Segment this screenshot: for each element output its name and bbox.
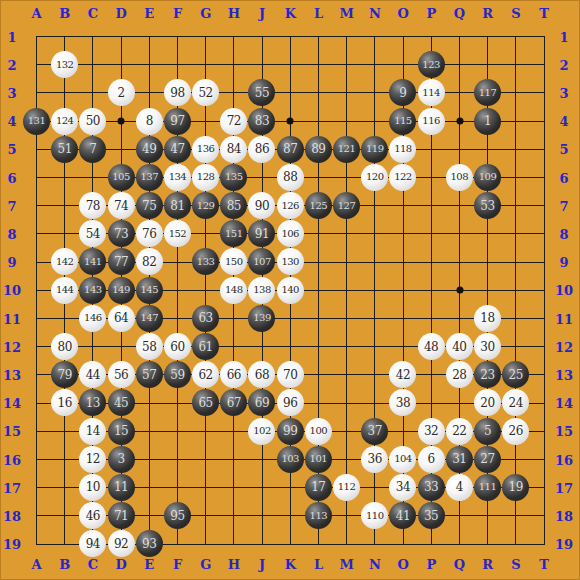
point-N12[interactable] xyxy=(361,332,389,360)
point-M13[interactable] xyxy=(332,361,360,389)
point-N7[interactable] xyxy=(361,192,389,220)
point-M6[interactable] xyxy=(332,163,360,191)
point-S17[interactable]: 19 xyxy=(502,473,530,501)
point-L6[interactable] xyxy=(304,163,332,191)
point-J8[interactable]: 91 xyxy=(248,220,276,248)
point-T19[interactable] xyxy=(530,530,558,558)
point-K11[interactable] xyxy=(276,304,304,332)
point-M16[interactable] xyxy=(332,445,360,473)
point-F6[interactable]: 134 xyxy=(163,163,191,191)
point-A6[interactable] xyxy=(22,163,50,191)
point-S6[interactable] xyxy=(502,163,530,191)
point-C12[interactable] xyxy=(79,332,107,360)
point-R16[interactable]: 27 xyxy=(473,445,501,473)
point-P1[interactable] xyxy=(417,22,445,50)
point-E3[interactable] xyxy=(135,79,163,107)
point-Q4[interactable] xyxy=(445,107,473,135)
point-L14[interactable] xyxy=(304,389,332,417)
point-L12[interactable] xyxy=(304,332,332,360)
point-N3[interactable] xyxy=(361,79,389,107)
point-E16[interactable] xyxy=(135,445,163,473)
point-R6[interactable]: 109 xyxy=(473,163,501,191)
point-J9[interactable]: 107 xyxy=(248,248,276,276)
point-C9[interactable]: 141 xyxy=(79,248,107,276)
point-F3[interactable]: 98 xyxy=(163,79,191,107)
point-C3[interactable] xyxy=(79,79,107,107)
point-B4[interactable]: 124 xyxy=(51,107,79,135)
point-J14[interactable]: 69 xyxy=(248,389,276,417)
point-O19[interactable] xyxy=(389,530,417,558)
point-J16[interactable] xyxy=(248,445,276,473)
point-Q1[interactable] xyxy=(445,22,473,50)
point-M17[interactable]: 112 xyxy=(332,473,360,501)
point-K6[interactable]: 88 xyxy=(276,163,304,191)
point-G7[interactable]: 129 xyxy=(192,192,220,220)
point-O5[interactable]: 118 xyxy=(389,135,417,163)
point-L7[interactable]: 125 xyxy=(304,192,332,220)
point-E5[interactable]: 49 xyxy=(135,135,163,163)
point-B7[interactable] xyxy=(51,192,79,220)
point-M1[interactable] xyxy=(332,22,360,50)
point-F13[interactable]: 59 xyxy=(163,361,191,389)
point-F15[interactable] xyxy=(163,417,191,445)
point-L9[interactable] xyxy=(304,248,332,276)
point-K19[interactable] xyxy=(276,530,304,558)
point-E7[interactable]: 75 xyxy=(135,192,163,220)
point-B16[interactable] xyxy=(51,445,79,473)
point-M15[interactable] xyxy=(332,417,360,445)
point-O6[interactable]: 122 xyxy=(389,163,417,191)
point-R12[interactable]: 30 xyxy=(473,332,501,360)
point-P16[interactable]: 6 xyxy=(417,445,445,473)
point-C10[interactable]: 143 xyxy=(79,276,107,304)
point-G18[interactable] xyxy=(192,502,220,530)
point-G4[interactable] xyxy=(192,107,220,135)
point-L16[interactable]: 101 xyxy=(304,445,332,473)
point-T4[interactable] xyxy=(530,107,558,135)
point-K3[interactable] xyxy=(276,79,304,107)
point-S8[interactable] xyxy=(502,220,530,248)
point-B3[interactable] xyxy=(51,79,79,107)
point-Q9[interactable] xyxy=(445,248,473,276)
point-F7[interactable]: 81 xyxy=(163,192,191,220)
point-F8[interactable]: 152 xyxy=(163,220,191,248)
point-R7[interactable]: 53 xyxy=(473,192,501,220)
point-R18[interactable] xyxy=(473,502,501,530)
point-T1[interactable] xyxy=(530,22,558,50)
point-O15[interactable] xyxy=(389,417,417,445)
point-G8[interactable] xyxy=(192,220,220,248)
point-E10[interactable]: 145 xyxy=(135,276,163,304)
point-A10[interactable] xyxy=(22,276,50,304)
point-Q3[interactable] xyxy=(445,79,473,107)
point-H4[interactable]: 72 xyxy=(220,107,248,135)
point-A15[interactable] xyxy=(22,417,50,445)
point-Q5[interactable] xyxy=(445,135,473,163)
point-S12[interactable] xyxy=(502,332,530,360)
point-Q7[interactable] xyxy=(445,192,473,220)
point-H6[interactable]: 135 xyxy=(220,163,248,191)
point-F16[interactable] xyxy=(163,445,191,473)
point-M7[interactable]: 127 xyxy=(332,192,360,220)
point-A3[interactable] xyxy=(22,79,50,107)
point-E11[interactable]: 147 xyxy=(135,304,163,332)
point-Q18[interactable] xyxy=(445,502,473,530)
point-D4[interactable] xyxy=(107,107,135,135)
point-D10[interactable]: 149 xyxy=(107,276,135,304)
point-G6[interactable]: 128 xyxy=(192,163,220,191)
point-P9[interactable] xyxy=(417,248,445,276)
point-J11[interactable]: 139 xyxy=(248,304,276,332)
point-H2[interactable] xyxy=(220,51,248,79)
point-L19[interactable] xyxy=(304,530,332,558)
point-C18[interactable]: 46 xyxy=(79,502,107,530)
point-K12[interactable] xyxy=(276,332,304,360)
point-O17[interactable]: 34 xyxy=(389,473,417,501)
point-A17[interactable] xyxy=(22,473,50,501)
point-M11[interactable] xyxy=(332,304,360,332)
point-A12[interactable] xyxy=(22,332,50,360)
point-C4[interactable]: 50 xyxy=(79,107,107,135)
point-Q10[interactable] xyxy=(445,276,473,304)
point-E9[interactable]: 82 xyxy=(135,248,163,276)
point-B6[interactable] xyxy=(51,163,79,191)
point-Q14[interactable] xyxy=(445,389,473,417)
point-B2[interactable]: 132 xyxy=(51,51,79,79)
point-D18[interactable]: 71 xyxy=(107,502,135,530)
point-D12[interactable] xyxy=(107,332,135,360)
point-E17[interactable] xyxy=(135,473,163,501)
point-P8[interactable] xyxy=(417,220,445,248)
point-O13[interactable]: 42 xyxy=(389,361,417,389)
point-M2[interactable] xyxy=(332,51,360,79)
point-Q12[interactable]: 40 xyxy=(445,332,473,360)
point-O12[interactable] xyxy=(389,332,417,360)
point-C6[interactable] xyxy=(79,163,107,191)
point-F1[interactable] xyxy=(163,22,191,50)
point-P12[interactable]: 48 xyxy=(417,332,445,360)
point-P6[interactable] xyxy=(417,163,445,191)
point-A1[interactable] xyxy=(22,22,50,50)
point-N1[interactable] xyxy=(361,22,389,50)
point-A18[interactable] xyxy=(22,502,50,530)
point-S13[interactable]: 25 xyxy=(502,361,530,389)
point-G1[interactable] xyxy=(192,22,220,50)
point-B12[interactable]: 80 xyxy=(51,332,79,360)
point-F9[interactable] xyxy=(163,248,191,276)
point-R1[interactable] xyxy=(473,22,501,50)
point-O8[interactable] xyxy=(389,220,417,248)
point-T2[interactable] xyxy=(530,51,558,79)
point-H13[interactable]: 66 xyxy=(220,361,248,389)
point-E18[interactable] xyxy=(135,502,163,530)
point-D2[interactable] xyxy=(107,51,135,79)
point-A8[interactable] xyxy=(22,220,50,248)
point-H12[interactable] xyxy=(220,332,248,360)
point-F18[interactable]: 95 xyxy=(163,502,191,530)
point-J12[interactable] xyxy=(248,332,276,360)
point-H19[interactable] xyxy=(220,530,248,558)
point-E4[interactable]: 8 xyxy=(135,107,163,135)
point-N4[interactable] xyxy=(361,107,389,135)
point-A13[interactable] xyxy=(22,361,50,389)
point-B18[interactable] xyxy=(51,502,79,530)
point-D9[interactable]: 77 xyxy=(107,248,135,276)
point-N13[interactable] xyxy=(361,361,389,389)
point-M4[interactable] xyxy=(332,107,360,135)
point-N9[interactable] xyxy=(361,248,389,276)
point-N14[interactable] xyxy=(361,389,389,417)
point-J18[interactable] xyxy=(248,502,276,530)
point-P2[interactable]: 123 xyxy=(417,51,445,79)
point-N19[interactable] xyxy=(361,530,389,558)
point-D5[interactable] xyxy=(107,135,135,163)
point-L10[interactable] xyxy=(304,276,332,304)
point-R13[interactable]: 23 xyxy=(473,361,501,389)
point-A19[interactable] xyxy=(22,530,50,558)
point-G17[interactable] xyxy=(192,473,220,501)
point-C15[interactable]: 14 xyxy=(79,417,107,445)
point-P14[interactable] xyxy=(417,389,445,417)
point-G9[interactable]: 133 xyxy=(192,248,220,276)
point-T18[interactable] xyxy=(530,502,558,530)
point-M9[interactable] xyxy=(332,248,360,276)
point-A9[interactable] xyxy=(22,248,50,276)
point-G2[interactable] xyxy=(192,51,220,79)
point-R14[interactable]: 20 xyxy=(473,389,501,417)
point-T7[interactable] xyxy=(530,192,558,220)
point-S16[interactable] xyxy=(502,445,530,473)
point-K17[interactable] xyxy=(276,473,304,501)
point-S11[interactable] xyxy=(502,304,530,332)
point-F12[interactable]: 60 xyxy=(163,332,191,360)
point-N6[interactable]: 120 xyxy=(361,163,389,191)
point-S1[interactable] xyxy=(502,22,530,50)
point-L2[interactable] xyxy=(304,51,332,79)
point-C8[interactable]: 54 xyxy=(79,220,107,248)
point-S10[interactable] xyxy=(502,276,530,304)
point-S19[interactable] xyxy=(502,530,530,558)
point-D3[interactable]: 2 xyxy=(107,79,135,107)
point-B10[interactable]: 144 xyxy=(51,276,79,304)
point-H5[interactable]: 84 xyxy=(220,135,248,163)
point-T15[interactable] xyxy=(530,417,558,445)
point-S3[interactable] xyxy=(502,79,530,107)
point-C13[interactable]: 44 xyxy=(79,361,107,389)
point-K5[interactable]: 87 xyxy=(276,135,304,163)
point-O4[interactable]: 115 xyxy=(389,107,417,135)
point-L11[interactable] xyxy=(304,304,332,332)
point-K7[interactable]: 126 xyxy=(276,192,304,220)
point-C2[interactable] xyxy=(79,51,107,79)
point-O1[interactable] xyxy=(389,22,417,50)
point-M18[interactable] xyxy=(332,502,360,530)
point-J10[interactable]: 138 xyxy=(248,276,276,304)
point-T17[interactable] xyxy=(530,473,558,501)
point-T5[interactable] xyxy=(530,135,558,163)
point-T16[interactable] xyxy=(530,445,558,473)
point-O18[interactable]: 41 xyxy=(389,502,417,530)
point-L3[interactable] xyxy=(304,79,332,107)
point-H15[interactable] xyxy=(220,417,248,445)
point-E8[interactable]: 76 xyxy=(135,220,163,248)
point-B15[interactable] xyxy=(51,417,79,445)
point-C19[interactable]: 94 xyxy=(79,530,107,558)
point-C7[interactable]: 78 xyxy=(79,192,107,220)
point-F17[interactable] xyxy=(163,473,191,501)
point-D11[interactable]: 64 xyxy=(107,304,135,332)
point-J4[interactable]: 83 xyxy=(248,107,276,135)
point-P5[interactable] xyxy=(417,135,445,163)
point-B9[interactable]: 142 xyxy=(51,248,79,276)
point-R17[interactable]: 111 xyxy=(473,473,501,501)
point-D13[interactable]: 56 xyxy=(107,361,135,389)
point-N15[interactable]: 37 xyxy=(361,417,389,445)
point-K10[interactable]: 140 xyxy=(276,276,304,304)
point-N5[interactable]: 119 xyxy=(361,135,389,163)
point-G11[interactable]: 63 xyxy=(192,304,220,332)
point-D17[interactable]: 11 xyxy=(107,473,135,501)
point-M19[interactable] xyxy=(332,530,360,558)
point-G3[interactable]: 52 xyxy=(192,79,220,107)
point-B19[interactable] xyxy=(51,530,79,558)
point-R4[interactable]: 1 xyxy=(473,107,501,135)
point-G16[interactable] xyxy=(192,445,220,473)
point-B17[interactable] xyxy=(51,473,79,501)
point-D19[interactable]: 92 xyxy=(107,530,135,558)
point-D16[interactable]: 3 xyxy=(107,445,135,473)
point-P18[interactable]: 35 xyxy=(417,502,445,530)
point-H11[interactable] xyxy=(220,304,248,332)
point-F19[interactable] xyxy=(163,530,191,558)
point-S18[interactable] xyxy=(502,502,530,530)
point-R3[interactable]: 117 xyxy=(473,79,501,107)
point-R15[interactable]: 5 xyxy=(473,417,501,445)
point-R8[interactable] xyxy=(473,220,501,248)
point-S7[interactable] xyxy=(502,192,530,220)
point-M14[interactable] xyxy=(332,389,360,417)
point-Q11[interactable] xyxy=(445,304,473,332)
point-T10[interactable] xyxy=(530,276,558,304)
point-F5[interactable]: 47 xyxy=(163,135,191,163)
point-Q17[interactable]: 4 xyxy=(445,473,473,501)
point-L17[interactable]: 17 xyxy=(304,473,332,501)
point-K15[interactable]: 99 xyxy=(276,417,304,445)
point-J5[interactable]: 86 xyxy=(248,135,276,163)
point-R10[interactable] xyxy=(473,276,501,304)
point-E15[interactable] xyxy=(135,417,163,445)
point-T6[interactable] xyxy=(530,163,558,191)
point-K2[interactable] xyxy=(276,51,304,79)
point-H8[interactable]: 151 xyxy=(220,220,248,248)
point-P3[interactable]: 114 xyxy=(417,79,445,107)
point-O16[interactable]: 104 xyxy=(389,445,417,473)
point-L4[interactable] xyxy=(304,107,332,135)
point-E14[interactable] xyxy=(135,389,163,417)
point-K18[interactable] xyxy=(276,502,304,530)
point-T3[interactable] xyxy=(530,79,558,107)
point-P11[interactable] xyxy=(417,304,445,332)
point-Q8[interactable] xyxy=(445,220,473,248)
point-H3[interactable] xyxy=(220,79,248,107)
point-O9[interactable] xyxy=(389,248,417,276)
point-P15[interactable]: 32 xyxy=(417,417,445,445)
point-R11[interactable]: 18 xyxy=(473,304,501,332)
point-O2[interactable] xyxy=(389,51,417,79)
point-L5[interactable]: 89 xyxy=(304,135,332,163)
point-S14[interactable]: 24 xyxy=(502,389,530,417)
point-B8[interactable] xyxy=(51,220,79,248)
point-C11[interactable]: 146 xyxy=(79,304,107,332)
point-C17[interactable]: 10 xyxy=(79,473,107,501)
point-A16[interactable] xyxy=(22,445,50,473)
point-B1[interactable] xyxy=(51,22,79,50)
point-N17[interactable] xyxy=(361,473,389,501)
point-L18[interactable]: 113 xyxy=(304,502,332,530)
point-Q15[interactable]: 22 xyxy=(445,417,473,445)
point-N2[interactable] xyxy=(361,51,389,79)
point-A5[interactable] xyxy=(22,135,50,163)
point-G13[interactable]: 62 xyxy=(192,361,220,389)
point-T11[interactable] xyxy=(530,304,558,332)
point-T14[interactable] xyxy=(530,389,558,417)
point-G10[interactable] xyxy=(192,276,220,304)
point-R9[interactable] xyxy=(473,248,501,276)
point-P7[interactable] xyxy=(417,192,445,220)
point-H1[interactable] xyxy=(220,22,248,50)
point-T9[interactable] xyxy=(530,248,558,276)
point-Q13[interactable]: 28 xyxy=(445,361,473,389)
point-L8[interactable] xyxy=(304,220,332,248)
point-G5[interactable]: 136 xyxy=(192,135,220,163)
point-J7[interactable]: 90 xyxy=(248,192,276,220)
point-B11[interactable] xyxy=(51,304,79,332)
point-A2[interactable] xyxy=(22,51,50,79)
point-H9[interactable]: 150 xyxy=(220,248,248,276)
point-M3[interactable] xyxy=(332,79,360,107)
point-H14[interactable]: 67 xyxy=(220,389,248,417)
point-C14[interactable]: 13 xyxy=(79,389,107,417)
point-K16[interactable]: 103 xyxy=(276,445,304,473)
point-N16[interactable]: 36 xyxy=(361,445,389,473)
point-R5[interactable] xyxy=(473,135,501,163)
point-M5[interactable]: 121 xyxy=(332,135,360,163)
point-N11[interactable] xyxy=(361,304,389,332)
point-H17[interactable] xyxy=(220,473,248,501)
point-D8[interactable]: 73 xyxy=(107,220,135,248)
point-K1[interactable] xyxy=(276,22,304,50)
point-Q16[interactable]: 31 xyxy=(445,445,473,473)
point-N18[interactable]: 110 xyxy=(361,502,389,530)
point-M8[interactable] xyxy=(332,220,360,248)
point-A14[interactable] xyxy=(22,389,50,417)
point-Q19[interactable] xyxy=(445,530,473,558)
point-Q6[interactable]: 108 xyxy=(445,163,473,191)
point-S2[interactable] xyxy=(502,51,530,79)
point-C16[interactable]: 12 xyxy=(79,445,107,473)
point-H18[interactable] xyxy=(220,502,248,530)
point-L13[interactable] xyxy=(304,361,332,389)
point-B14[interactable]: 16 xyxy=(51,389,79,417)
point-E1[interactable] xyxy=(135,22,163,50)
point-J17[interactable] xyxy=(248,473,276,501)
point-J1[interactable] xyxy=(248,22,276,50)
point-H16[interactable] xyxy=(220,445,248,473)
point-E6[interactable]: 137 xyxy=(135,163,163,191)
point-L15[interactable]: 100 xyxy=(304,417,332,445)
point-K9[interactable]: 130 xyxy=(276,248,304,276)
point-J15[interactable]: 102 xyxy=(248,417,276,445)
